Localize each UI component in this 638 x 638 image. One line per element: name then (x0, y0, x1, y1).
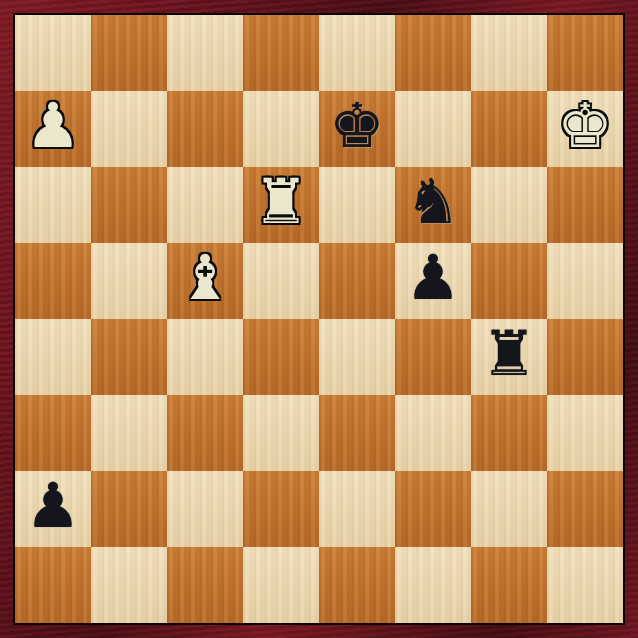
black-pawn[interactable]: ♟ (25, 471, 81, 544)
square-d2[interactable] (243, 471, 319, 547)
square-a1[interactable] (15, 547, 91, 623)
square-c2[interactable] (167, 471, 243, 547)
square-e6[interactable] (319, 167, 395, 243)
square-b2[interactable] (91, 471, 167, 547)
square-c8[interactable] (167, 15, 243, 91)
white-pawn[interactable]: ♟ (25, 91, 81, 164)
square-b8[interactable] (91, 15, 167, 91)
square-d5[interactable] (243, 243, 319, 319)
square-f8[interactable] (395, 15, 471, 91)
square-c5[interactable]: ♝ (167, 243, 243, 319)
square-h1[interactable] (547, 547, 623, 623)
white-rook[interactable]: ♜ (253, 167, 309, 240)
square-g6[interactable] (471, 167, 547, 243)
square-b5[interactable] (91, 243, 167, 319)
white-bishop[interactable]: ♝ (177, 243, 233, 316)
chess-board: ♟♚♚♜♞♝♟♜♟ (13, 13, 625, 625)
square-a4[interactable] (15, 319, 91, 395)
square-c6[interactable] (167, 167, 243, 243)
square-b4[interactable] (91, 319, 167, 395)
square-d3[interactable] (243, 395, 319, 471)
square-e8[interactable] (319, 15, 395, 91)
square-f3[interactable] (395, 395, 471, 471)
white-king[interactable]: ♚ (557, 91, 613, 164)
square-a6[interactable] (15, 167, 91, 243)
square-e3[interactable] (319, 395, 395, 471)
square-a5[interactable] (15, 243, 91, 319)
square-c3[interactable] (167, 395, 243, 471)
square-d1[interactable] (243, 547, 319, 623)
square-e7[interactable]: ♚ (319, 91, 395, 167)
square-b6[interactable] (91, 167, 167, 243)
square-e2[interactable] (319, 471, 395, 547)
board-frame: ♟♚♚♜♞♝♟♜♟ (0, 0, 638, 638)
square-c4[interactable] (167, 319, 243, 395)
square-e4[interactable] (319, 319, 395, 395)
square-f2[interactable] (395, 471, 471, 547)
square-f6[interactable]: ♞ (395, 167, 471, 243)
square-f7[interactable] (395, 91, 471, 167)
square-f5[interactable]: ♟ (395, 243, 471, 319)
square-b1[interactable] (91, 547, 167, 623)
square-g4[interactable]: ♜ (471, 319, 547, 395)
square-f4[interactable] (395, 319, 471, 395)
square-d6[interactable]: ♜ (243, 167, 319, 243)
square-h8[interactable] (547, 15, 623, 91)
square-a7[interactable]: ♟ (15, 91, 91, 167)
square-c7[interactable] (167, 91, 243, 167)
square-e5[interactable] (319, 243, 395, 319)
square-c1[interactable] (167, 547, 243, 623)
square-a3[interactable] (15, 395, 91, 471)
square-g7[interactable] (471, 91, 547, 167)
black-rook[interactable]: ♜ (481, 319, 537, 392)
square-h2[interactable] (547, 471, 623, 547)
square-f1[interactable] (395, 547, 471, 623)
black-king[interactable]: ♚ (329, 91, 385, 164)
square-e1[interactable] (319, 547, 395, 623)
square-a8[interactable] (15, 15, 91, 91)
square-h6[interactable] (547, 167, 623, 243)
square-g8[interactable] (471, 15, 547, 91)
square-b3[interactable] (91, 395, 167, 471)
black-knight[interactable]: ♞ (405, 167, 461, 240)
square-g3[interactable] (471, 395, 547, 471)
square-d7[interactable] (243, 91, 319, 167)
square-h5[interactable] (547, 243, 623, 319)
square-g1[interactable] (471, 547, 547, 623)
square-g5[interactable] (471, 243, 547, 319)
square-g2[interactable] (471, 471, 547, 547)
square-b7[interactable] (91, 91, 167, 167)
square-d8[interactable] (243, 15, 319, 91)
square-h7[interactable]: ♚ (547, 91, 623, 167)
square-d4[interactable] (243, 319, 319, 395)
square-a2[interactable]: ♟ (15, 471, 91, 547)
square-h3[interactable] (547, 395, 623, 471)
square-h4[interactable] (547, 319, 623, 395)
black-pawn[interactable]: ♟ (405, 243, 461, 316)
